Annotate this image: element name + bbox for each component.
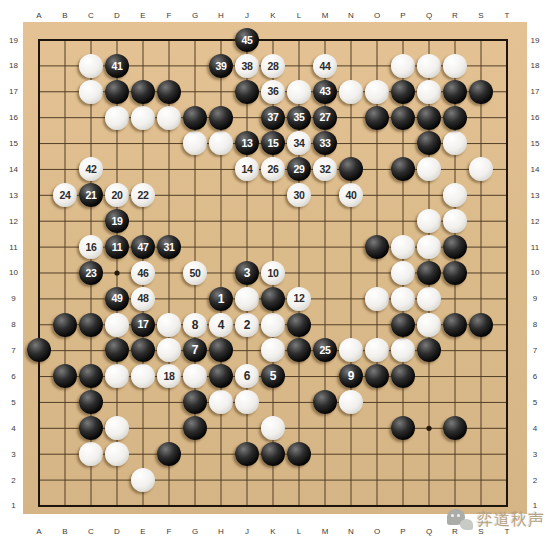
col-label-bottom-E: E (130, 525, 156, 538)
stone-P7 (391, 338, 415, 362)
row-label-right-12: 12 (523, 215, 547, 228)
row-label-left-14: 14 (0, 163, 27, 176)
row-label-right-11: 11 (523, 241, 547, 254)
stone-K9 (261, 287, 285, 311)
row-label-left-9: 9 (0, 292, 27, 305)
move-number: 4 (218, 319, 225, 331)
row-label-left-3: 3 (0, 448, 27, 461)
stone-G6 (183, 364, 207, 388)
stone-J19: 45 (235, 28, 259, 52)
stone-G7: 7 (183, 338, 207, 362)
stone-H7 (209, 338, 233, 362)
row-label-right-13: 13 (523, 189, 547, 202)
move-number: 30 (293, 190, 304, 201)
stone-N6: 9 (339, 364, 363, 388)
stone-P17 (391, 80, 415, 104)
col-label-top-H: H (208, 9, 234, 22)
col-label-bottom-A: A (26, 525, 52, 538)
stone-D4 (105, 416, 129, 440)
stone-K8 (261, 313, 285, 337)
stone-C10: 23 (79, 261, 103, 285)
row-label-left-8: 8 (0, 318, 27, 331)
stone-R8 (443, 313, 467, 337)
move-number: 3 (244, 267, 251, 279)
move-number: 20 (111, 190, 122, 201)
move-number: 33 (319, 138, 330, 149)
stone-K4 (261, 416, 285, 440)
stone-J14: 14 (235, 157, 259, 181)
move-number: 22 (137, 190, 148, 201)
row-label-left-16: 16 (0, 111, 27, 124)
stone-D12: 19 (105, 209, 129, 233)
stone-Q14 (417, 157, 441, 181)
stone-C13: 21 (79, 183, 103, 207)
stone-E17 (131, 80, 155, 104)
col-label-top-T: T (494, 9, 520, 22)
move-number: 45 (241, 35, 252, 46)
stone-D7 (105, 338, 129, 362)
move-number: 47 (137, 242, 148, 253)
stone-M5 (313, 390, 337, 414)
stone-P18 (391, 54, 415, 78)
row-label-right-6: 6 (523, 370, 547, 383)
stone-C8 (79, 313, 103, 337)
move-number: 16 (85, 242, 96, 253)
col-label-top-D: D (104, 9, 130, 22)
stone-D16 (105, 106, 129, 130)
stone-Q9 (417, 287, 441, 311)
row-label-left-1: 1 (0, 499, 27, 512)
stone-B6 (53, 364, 77, 388)
col-label-bottom-O: O (364, 525, 390, 538)
stone-K6: 5 (261, 364, 285, 388)
stone-C4 (79, 416, 103, 440)
row-label-left-15: 15 (0, 137, 27, 150)
stone-O16 (365, 106, 389, 130)
move-number: 19 (111, 216, 122, 227)
stone-H16 (209, 106, 233, 130)
move-number: 34 (293, 138, 304, 149)
move-number: 38 (241, 61, 252, 72)
stone-Q11 (417, 235, 441, 259)
stone-H5 (209, 390, 233, 414)
move-number: 42 (85, 164, 96, 175)
stone-R13 (443, 183, 467, 207)
move-number: 48 (137, 293, 148, 304)
stone-A7 (27, 338, 51, 362)
stone-D13: 20 (105, 183, 129, 207)
col-label-top-G: G (182, 9, 208, 22)
stone-C3 (79, 442, 103, 466)
col-label-top-J: J (234, 9, 260, 22)
move-number: 25 (319, 345, 330, 356)
stone-H9: 1 (209, 287, 233, 311)
col-label-top-M: M (312, 9, 338, 22)
stone-R15 (443, 131, 467, 155)
row-label-right-14: 14 (523, 163, 547, 176)
stone-Q15 (417, 131, 441, 155)
move-number: 35 (293, 112, 304, 123)
stone-L16: 35 (287, 106, 311, 130)
stone-G15 (183, 131, 207, 155)
col-label-top-A: A (26, 9, 52, 22)
move-number: 44 (319, 61, 330, 72)
row-label-right-7: 7 (523, 344, 547, 357)
stone-C18 (79, 54, 103, 78)
stone-F7 (157, 338, 181, 362)
col-label-top-B: B (52, 9, 78, 22)
stone-G16 (183, 106, 207, 130)
col-label-bottom-L: L (286, 525, 312, 538)
stone-K18: 28 (261, 54, 285, 78)
watermark-text: 弈道秋声 (477, 510, 545, 531)
stone-L9: 12 (287, 287, 311, 311)
stone-N14 (339, 157, 363, 181)
stone-P9 (391, 287, 415, 311)
row-label-right-16: 16 (523, 111, 547, 124)
row-label-left-11: 11 (0, 241, 27, 254)
stone-D6 (105, 364, 129, 388)
stone-K10: 10 (261, 261, 285, 285)
row-label-right-3: 3 (523, 448, 547, 461)
col-label-bottom-H: H (208, 525, 234, 538)
stone-F3 (157, 442, 181, 466)
move-number: 24 (59, 190, 70, 201)
move-number: 18 (163, 371, 174, 382)
stone-K14: 26 (261, 157, 285, 181)
row-label-left-7: 7 (0, 344, 27, 357)
stone-M14: 32 (313, 157, 337, 181)
stone-P11 (391, 235, 415, 259)
stone-O11 (365, 235, 389, 259)
row-label-right-8: 8 (523, 318, 547, 331)
stone-E10: 46 (131, 261, 155, 285)
move-number: 26 (267, 164, 278, 175)
stone-M7: 25 (313, 338, 337, 362)
row-label-left-12: 12 (0, 215, 27, 228)
stone-E6 (131, 364, 155, 388)
stone-D9: 49 (105, 287, 129, 311)
row-label-right-2: 2 (523, 474, 547, 487)
col-label-bottom-G: G (182, 525, 208, 538)
stone-B8 (53, 313, 77, 337)
watermark: 弈道秋声 (447, 508, 545, 532)
stone-F8 (157, 313, 181, 337)
stone-B13: 24 (53, 183, 77, 207)
row-label-right-4: 4 (523, 422, 547, 435)
row-label-left-2: 2 (0, 474, 27, 487)
stone-C17 (79, 80, 103, 104)
stone-P10 (391, 261, 415, 285)
stone-K17: 36 (261, 80, 285, 104)
stone-Q7 (417, 338, 441, 362)
stone-O9 (365, 287, 389, 311)
stone-E9: 48 (131, 287, 155, 311)
go-diagram: ABCDEFGHJKLMNOPQRST ABCDEFGHJKLMNOPQRST … (0, 0, 550, 550)
stone-K16: 37 (261, 106, 285, 130)
stone-L3 (287, 442, 311, 466)
move-number: 43 (319, 86, 330, 97)
stone-M17: 43 (313, 80, 337, 104)
stone-O17 (365, 80, 389, 104)
stone-N13: 40 (339, 183, 363, 207)
move-number: 41 (111, 61, 122, 72)
col-label-top-P: P (390, 9, 416, 22)
stone-E2 (131, 468, 155, 492)
wechat-icon (447, 508, 474, 532)
stone-D18: 41 (105, 54, 129, 78)
stone-H15 (209, 131, 233, 155)
stone-D8 (105, 313, 129, 337)
row-label-left-10: 10 (0, 266, 27, 279)
move-number: 8 (192, 319, 199, 331)
move-number: 10 (267, 268, 278, 279)
stone-P6 (391, 364, 415, 388)
stone-L13: 30 (287, 183, 311, 207)
move-number: 39 (215, 61, 226, 72)
move-number: 28 (267, 61, 278, 72)
stone-Q17 (417, 80, 441, 104)
move-number: 31 (163, 242, 174, 253)
stone-J5 (235, 390, 259, 414)
col-label-top-C: C (78, 9, 104, 22)
col-label-bottom-B: B (52, 525, 78, 538)
col-label-top-L: L (286, 9, 312, 22)
stone-M16: 27 (313, 106, 337, 130)
move-number: 14 (241, 164, 252, 175)
move-number: 11 (112, 242, 123, 253)
stone-M15: 33 (313, 131, 337, 155)
stone-G8: 8 (183, 313, 207, 337)
stone-L14: 29 (287, 157, 311, 181)
stone-K7 (261, 338, 285, 362)
stone-H6 (209, 364, 233, 388)
move-number: 32 (319, 164, 330, 175)
move-number: 27 (319, 112, 330, 123)
stone-K15: 15 (261, 131, 285, 155)
move-number: 7 (192, 344, 199, 356)
col-label-bottom-Q: Q (416, 525, 442, 538)
col-label-top-E: E (130, 9, 156, 22)
stone-E7 (131, 338, 155, 362)
col-label-bottom-C: C (78, 525, 104, 538)
move-number: 15 (267, 138, 278, 149)
move-number: 29 (293, 164, 304, 175)
stone-C6 (79, 364, 103, 388)
move-number: 50 (189, 268, 200, 279)
stone-J17 (235, 80, 259, 104)
stone-R10 (443, 261, 467, 285)
stone-J6: 6 (235, 364, 259, 388)
stone-P14 (391, 157, 415, 181)
stone-R17 (443, 80, 467, 104)
stone-J15: 13 (235, 131, 259, 155)
stone-F6: 18 (157, 364, 181, 388)
move-number: 21 (85, 190, 96, 201)
stone-S8 (469, 313, 493, 337)
stone-Q18 (417, 54, 441, 78)
row-label-left-17: 17 (0, 85, 27, 98)
stone-R11 (443, 235, 467, 259)
row-label-right-17: 17 (523, 85, 547, 98)
row-label-left-5: 5 (0, 396, 27, 409)
move-number: 1 (218, 293, 225, 305)
stone-M18: 44 (313, 54, 337, 78)
move-number: 49 (111, 293, 122, 304)
col-label-bottom-N: N (338, 525, 364, 538)
row-label-left-18: 18 (0, 59, 27, 72)
row-label-left-6: 6 (0, 370, 27, 383)
row-label-right-15: 15 (523, 137, 547, 150)
stone-J10: 3 (235, 261, 259, 285)
stone-R16 (443, 106, 467, 130)
move-number: 36 (267, 86, 278, 97)
stone-N17 (339, 80, 363, 104)
stone-E11: 47 (131, 235, 155, 259)
stone-G4 (183, 416, 207, 440)
col-label-bottom-J: J (234, 525, 260, 538)
stone-J8: 2 (235, 313, 259, 337)
col-label-top-K: K (260, 9, 286, 22)
stone-D17 (105, 80, 129, 104)
move-number: 40 (345, 190, 356, 201)
col-label-top-Q: Q (416, 9, 442, 22)
stone-R18 (443, 54, 467, 78)
stone-L17 (287, 80, 311, 104)
col-label-bottom-F: F (156, 525, 182, 538)
col-label-bottom-D: D (104, 525, 130, 538)
col-label-top-F: F (156, 9, 182, 22)
row-label-right-9: 9 (523, 292, 547, 305)
stone-L7 (287, 338, 311, 362)
move-number: 12 (293, 293, 304, 304)
stone-Q16 (417, 106, 441, 130)
stone-D11: 11 (105, 235, 129, 259)
move-number: 46 (137, 268, 148, 279)
move-number: 5 (270, 370, 277, 382)
stone-J3 (235, 442, 259, 466)
stone-C5 (79, 390, 103, 414)
stone-L8 (287, 313, 311, 337)
row-label-right-10: 10 (523, 266, 547, 279)
stone-C14: 42 (79, 157, 103, 181)
stone-R4 (443, 416, 467, 440)
stone-F17 (157, 80, 181, 104)
move-number: 13 (241, 138, 252, 149)
move-number: 9 (348, 370, 355, 382)
stone-N5 (339, 390, 363, 414)
stone-P4 (391, 416, 415, 440)
col-label-bottom-P: P (390, 525, 416, 538)
col-label-bottom-K: K (260, 525, 286, 538)
stone-F11: 31 (157, 235, 181, 259)
move-number: 2 (244, 319, 251, 331)
stone-D3 (105, 442, 129, 466)
move-number: 23 (85, 268, 96, 279)
move-number: 17 (137, 319, 148, 330)
stone-E16 (131, 106, 155, 130)
stone-O6 (365, 364, 389, 388)
stone-R12 (443, 209, 467, 233)
col-label-bottom-M: M (312, 525, 338, 538)
stone-P16 (391, 106, 415, 130)
stone-F16 (157, 106, 181, 130)
stone-Q8 (417, 313, 441, 337)
stone-S14 (469, 157, 493, 181)
col-label-top-O: O (364, 9, 390, 22)
row-label-right-19: 19 (523, 34, 547, 47)
move-number: 37 (267, 112, 278, 123)
stone-Q10 (417, 261, 441, 285)
stone-P8 (391, 313, 415, 337)
stone-S17 (469, 80, 493, 104)
stone-E13: 22 (131, 183, 155, 207)
stone-J18: 38 (235, 54, 259, 78)
stones-grid: 4541393828443643373527131534334214262932… (26, 27, 520, 519)
stone-K3 (261, 442, 285, 466)
stone-Q12 (417, 209, 441, 233)
stone-J9 (235, 287, 259, 311)
col-label-top-S: S (468, 9, 494, 22)
stone-E8: 17 (131, 313, 155, 337)
stone-H8: 4 (209, 313, 233, 337)
stone-C11: 16 (79, 235, 103, 259)
stone-L15: 34 (287, 131, 311, 155)
stone-H18: 39 (209, 54, 233, 78)
stone-N7 (339, 338, 363, 362)
stone-O7 (365, 338, 389, 362)
col-label-top-N: N (338, 9, 364, 22)
col-label-top-R: R (442, 9, 468, 22)
row-label-right-18: 18 (523, 59, 547, 72)
stone-G10: 50 (183, 261, 207, 285)
stone-G5 (183, 390, 207, 414)
row-label-left-13: 13 (0, 189, 27, 202)
move-number: 6 (244, 370, 251, 382)
row-label-right-5: 5 (523, 396, 547, 409)
row-label-left-19: 19 (0, 34, 27, 47)
row-label-left-4: 4 (0, 422, 27, 435)
